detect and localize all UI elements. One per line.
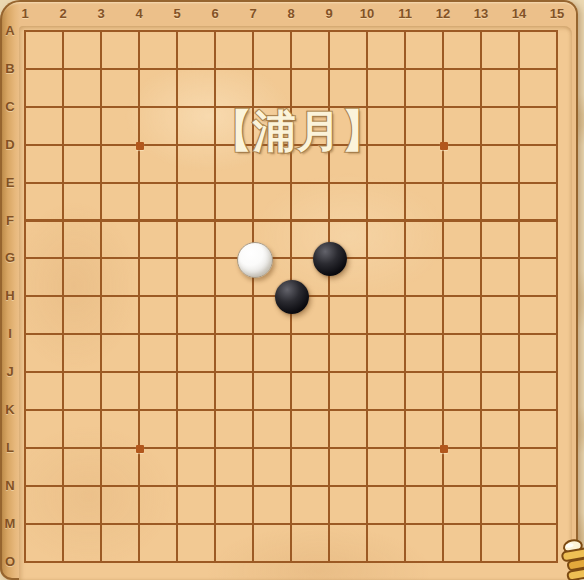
column-label: 12	[431, 4, 455, 24]
row-label: O	[1, 552, 19, 572]
row-label: C	[1, 97, 19, 117]
star-point	[136, 142, 144, 150]
column-label: 3	[89, 4, 113, 24]
column-label: 2	[51, 4, 75, 24]
column-label: 13	[469, 4, 493, 24]
board-frame: 123456789101112131415 ABCDEFGHIJKLNMO 【浦…	[0, 0, 578, 580]
column-label: 7	[241, 4, 265, 24]
column-label: 15	[545, 4, 569, 24]
star-point	[440, 142, 448, 150]
row-label: E	[1, 173, 19, 193]
row-label: H	[1, 286, 19, 306]
column-label: 4	[127, 4, 151, 24]
column-label: 5	[165, 4, 189, 24]
row-label: B	[1, 59, 19, 79]
row-label: J	[1, 362, 19, 382]
row-label: M	[1, 514, 19, 534]
row-label: N	[1, 476, 19, 496]
row-label: D	[1, 135, 19, 155]
column-label: 14	[507, 4, 531, 24]
column-label: 6	[203, 4, 227, 24]
star-point	[440, 445, 448, 453]
row-label: L	[1, 438, 19, 458]
column-label: 8	[279, 4, 303, 24]
column-label: 10	[355, 4, 379, 24]
row-label: I	[1, 324, 19, 344]
column-label: 9	[317, 4, 341, 24]
row-label: G	[1, 248, 19, 268]
row-label: A	[1, 21, 19, 41]
column-label: 11	[393, 4, 417, 24]
row-label: K	[1, 400, 19, 420]
opening-watermark: 【浦月】	[209, 102, 385, 161]
row-label: F	[1, 211, 19, 231]
star-point	[136, 445, 144, 453]
